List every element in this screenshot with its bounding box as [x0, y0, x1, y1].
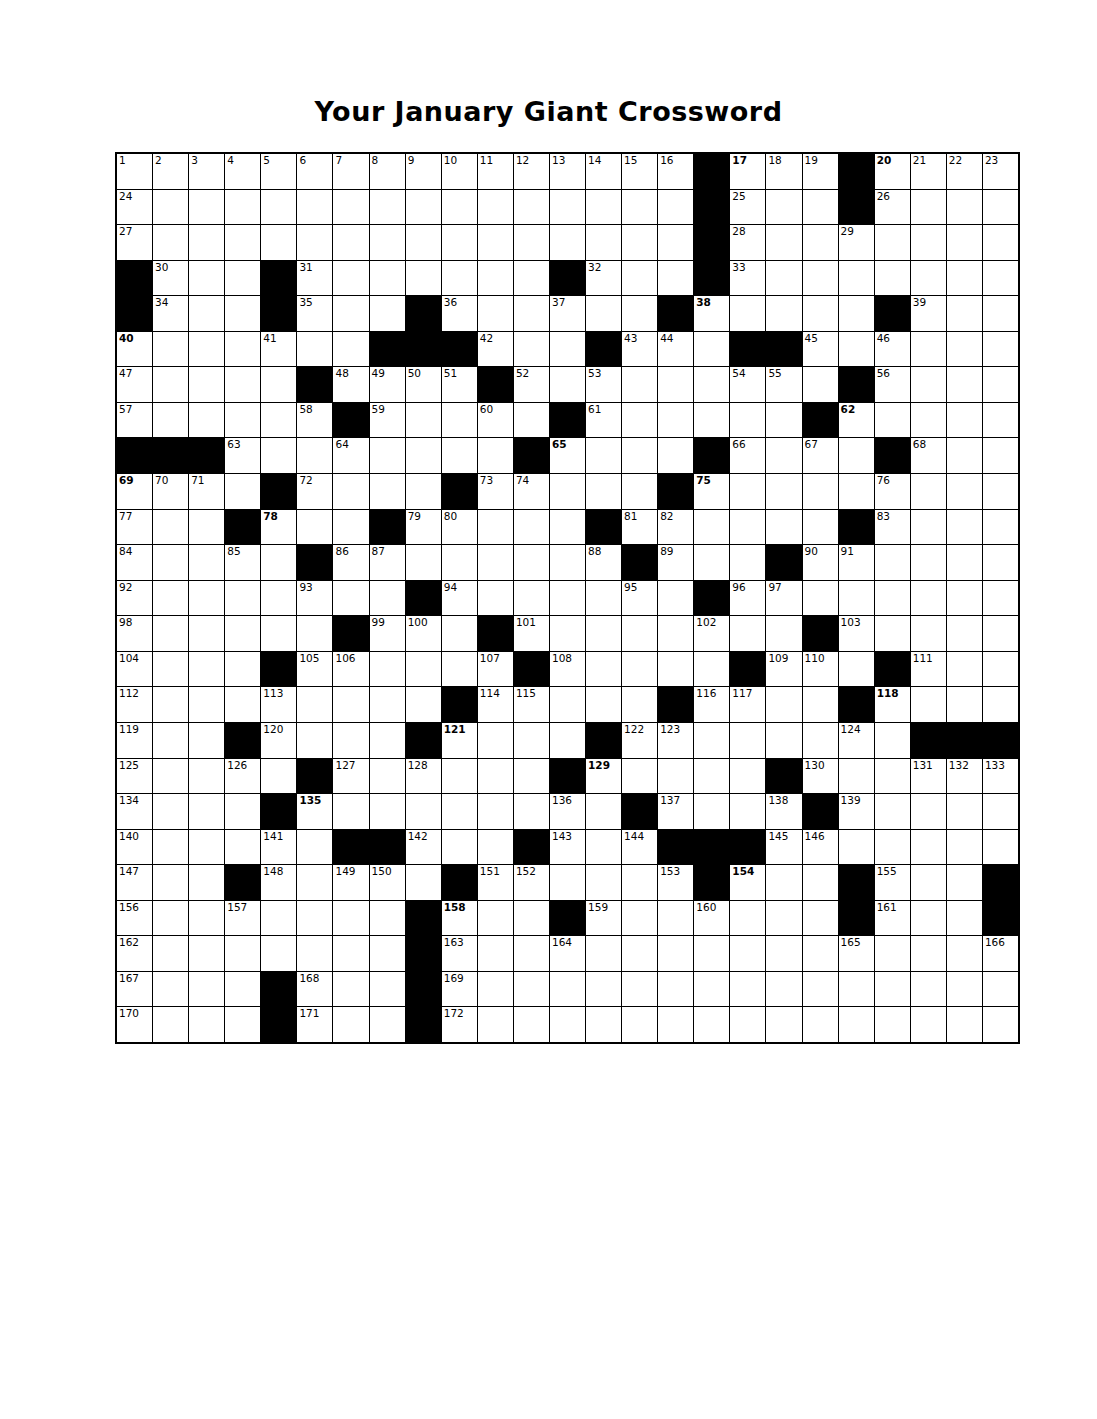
grid-cell[interactable]: [550, 687, 585, 722]
grid-cell[interactable]: [586, 190, 621, 225]
grid-cell[interactable]: 114: [478, 687, 513, 722]
grid-cell[interactable]: [514, 261, 549, 296]
grid-cell[interactable]: 39: [911, 296, 946, 331]
grid-cell[interactable]: [442, 190, 477, 225]
grid-cell[interactable]: [370, 759, 405, 794]
grid-cell[interactable]: [333, 1007, 368, 1042]
grid-cell[interactable]: 14: [586, 154, 621, 189]
grid-cell[interactable]: 33: [730, 261, 765, 296]
grid-cell[interactable]: [694, 794, 729, 829]
grid-cell[interactable]: 54: [730, 367, 765, 402]
grid-cell[interactable]: 135: [297, 794, 332, 829]
grid-cell[interactable]: [478, 723, 513, 758]
grid-cell[interactable]: 29: [839, 225, 874, 260]
grid-cell[interactable]: [153, 759, 188, 794]
grid-cell[interactable]: [550, 723, 585, 758]
grid-cell[interactable]: 35: [297, 296, 332, 331]
grid-cell[interactable]: [550, 865, 585, 900]
grid-cell[interactable]: [370, 296, 405, 331]
grid-cell[interactable]: 7: [333, 154, 368, 189]
grid-cell[interactable]: [694, 972, 729, 1007]
grid-cell[interactable]: [766, 1007, 801, 1042]
grid-cell[interactable]: [839, 759, 874, 794]
grid-cell[interactable]: [153, 830, 188, 865]
grid-cell[interactable]: [839, 1007, 874, 1042]
grid-cell[interactable]: [622, 759, 657, 794]
grid-cell[interactable]: [658, 403, 693, 438]
grid-cell[interactable]: 72: [297, 474, 332, 509]
grid-cell[interactable]: [803, 261, 838, 296]
grid-cell[interactable]: [225, 190, 260, 225]
grid-cell[interactable]: [153, 972, 188, 1007]
grid-cell[interactable]: [839, 652, 874, 687]
grid-cell[interactable]: 109: [766, 652, 801, 687]
grid-cell[interactable]: [478, 225, 513, 260]
grid-cell[interactable]: 65: [550, 438, 585, 473]
grid-cell[interactable]: [658, 936, 693, 971]
grid-cell[interactable]: [766, 865, 801, 900]
grid-cell[interactable]: 84: [117, 545, 152, 580]
grid-cell[interactable]: [550, 1007, 585, 1042]
grid-cell[interactable]: [839, 581, 874, 616]
grid-cell[interactable]: [514, 296, 549, 331]
grid-cell[interactable]: [694, 723, 729, 758]
grid-cell[interactable]: [658, 367, 693, 402]
grid-cell[interactable]: [370, 972, 405, 1007]
grid-cell[interactable]: [586, 474, 621, 509]
grid-cell[interactable]: [478, 438, 513, 473]
grid-cell[interactable]: [189, 261, 224, 296]
grid-cell[interactable]: [983, 332, 1018, 367]
grid-cell[interactable]: [803, 474, 838, 509]
grid-cell[interactable]: [911, 545, 946, 580]
grid-cell[interactable]: 160: [694, 901, 729, 936]
grid-cell[interactable]: [153, 367, 188, 402]
grid-cell[interactable]: [658, 972, 693, 1007]
grid-cell[interactable]: [225, 1007, 260, 1042]
grid-cell[interactable]: [839, 296, 874, 331]
grid-cell[interactable]: [153, 510, 188, 545]
grid-cell[interactable]: 134: [117, 794, 152, 829]
grid-cell[interactable]: [911, 1007, 946, 1042]
grid-cell[interactable]: 155: [875, 865, 910, 900]
grid-cell[interactable]: 24: [117, 190, 152, 225]
grid-cell[interactable]: [333, 794, 368, 829]
grid-cell[interactable]: [514, 545, 549, 580]
grid-cell[interactable]: [766, 474, 801, 509]
grid-cell[interactable]: [333, 296, 368, 331]
grid-cell[interactable]: [406, 190, 441, 225]
grid-cell[interactable]: [694, 936, 729, 971]
grid-cell[interactable]: [803, 936, 838, 971]
grid-cell[interactable]: [947, 332, 982, 367]
grid-cell[interactable]: [370, 438, 405, 473]
grid-cell[interactable]: [875, 759, 910, 794]
grid-cell[interactable]: [839, 474, 874, 509]
grid-cell[interactable]: 167: [117, 972, 152, 1007]
grid-cell[interactable]: [983, 510, 1018, 545]
grid-cell[interactable]: [694, 652, 729, 687]
grid-cell[interactable]: 73: [478, 474, 513, 509]
grid-cell[interactable]: [730, 972, 765, 1007]
grid-cell[interactable]: [947, 367, 982, 402]
grid-cell[interactable]: [225, 794, 260, 829]
grid-cell[interactable]: 126: [225, 759, 260, 794]
grid-cell[interactable]: [803, 581, 838, 616]
grid-cell[interactable]: 158: [442, 901, 477, 936]
grid-cell[interactable]: [478, 794, 513, 829]
grid-cell[interactable]: 56: [875, 367, 910, 402]
grid-cell[interactable]: [153, 936, 188, 971]
grid-cell[interactable]: [153, 225, 188, 260]
grid-cell[interactable]: [550, 972, 585, 1007]
grid-cell[interactable]: [622, 1007, 657, 1042]
grid-cell[interactable]: 26: [875, 190, 910, 225]
grid-cell[interactable]: [189, 616, 224, 651]
grid-cell[interactable]: [297, 190, 332, 225]
grid-cell[interactable]: 88: [586, 545, 621, 580]
grid-cell[interactable]: 23: [983, 154, 1018, 189]
grid-cell[interactable]: [803, 687, 838, 722]
grid-cell[interactable]: [839, 261, 874, 296]
grid-cell[interactable]: 60: [478, 403, 513, 438]
grid-cell[interactable]: [622, 438, 657, 473]
grid-cell[interactable]: [803, 510, 838, 545]
grid-cell[interactable]: [442, 545, 477, 580]
grid-cell[interactable]: 30: [153, 261, 188, 296]
grid-cell[interactable]: [333, 510, 368, 545]
grid-cell[interactable]: [694, 367, 729, 402]
grid-cell[interactable]: [983, 474, 1018, 509]
grid-cell[interactable]: [225, 830, 260, 865]
grid-cell[interactable]: 51: [442, 367, 477, 402]
grid-cell[interactable]: [261, 759, 296, 794]
grid-cell[interactable]: [766, 296, 801, 331]
grid-cell[interactable]: 15: [622, 154, 657, 189]
grid-cell[interactable]: [622, 261, 657, 296]
grid-cell[interactable]: 125: [117, 759, 152, 794]
grid-cell[interactable]: 37: [550, 296, 585, 331]
grid-cell[interactable]: 106: [333, 652, 368, 687]
grid-cell[interactable]: 149: [333, 865, 368, 900]
grid-cell[interactable]: 136: [550, 794, 585, 829]
grid-cell[interactable]: [333, 901, 368, 936]
grid-cell[interactable]: [911, 581, 946, 616]
grid-cell[interactable]: 75: [694, 474, 729, 509]
grid-cell[interactable]: 61: [586, 403, 621, 438]
grid-cell[interactable]: [189, 332, 224, 367]
grid-cell[interactable]: [730, 901, 765, 936]
grid-cell[interactable]: [370, 581, 405, 616]
grid-cell[interactable]: 119: [117, 723, 152, 758]
grid-cell[interactable]: [983, 972, 1018, 1007]
grid-cell[interactable]: 171: [297, 1007, 332, 1042]
grid-cell[interactable]: [333, 936, 368, 971]
grid-cell[interactable]: [586, 225, 621, 260]
grid-cell[interactable]: [911, 367, 946, 402]
grid-cell[interactable]: [225, 936, 260, 971]
grid-cell[interactable]: [622, 901, 657, 936]
grid-cell[interactable]: [261, 403, 296, 438]
grid-cell[interactable]: [370, 687, 405, 722]
grid-cell[interactable]: [297, 723, 332, 758]
grid-cell[interactable]: 103: [839, 616, 874, 651]
grid-cell[interactable]: [406, 865, 441, 900]
grid-cell[interactable]: [406, 794, 441, 829]
grid-cell[interactable]: [225, 687, 260, 722]
grid-cell[interactable]: [478, 830, 513, 865]
grid-cell[interactable]: 96: [730, 581, 765, 616]
grid-cell[interactable]: [911, 794, 946, 829]
grid-cell[interactable]: 154: [730, 865, 765, 900]
grid-cell[interactable]: 62: [839, 403, 874, 438]
grid-cell[interactable]: [622, 296, 657, 331]
grid-cell[interactable]: [406, 403, 441, 438]
grid-cell[interactable]: [694, 759, 729, 794]
grid-cell[interactable]: [622, 865, 657, 900]
grid-cell[interactable]: [947, 616, 982, 651]
grid-cell[interactable]: 1: [117, 154, 152, 189]
grid-cell[interactable]: [297, 687, 332, 722]
grid-cell[interactable]: [983, 687, 1018, 722]
grid-cell[interactable]: 87: [370, 545, 405, 580]
grid-cell[interactable]: 48: [333, 367, 368, 402]
grid-cell[interactable]: [406, 545, 441, 580]
grid-cell[interactable]: [730, 296, 765, 331]
grid-cell[interactable]: [153, 190, 188, 225]
grid-cell[interactable]: [622, 474, 657, 509]
grid-cell[interactable]: [189, 367, 224, 402]
grid-cell[interactable]: [947, 474, 982, 509]
grid-cell[interactable]: [658, 1007, 693, 1042]
grid-cell[interactable]: [911, 474, 946, 509]
grid-cell[interactable]: 38: [694, 296, 729, 331]
grid-cell[interactable]: [947, 865, 982, 900]
grid-cell[interactable]: [586, 972, 621, 1007]
grid-cell[interactable]: 133: [983, 759, 1018, 794]
grid-cell[interactable]: [478, 972, 513, 1007]
grid-cell[interactable]: 170: [117, 1007, 152, 1042]
grid-cell[interactable]: [153, 901, 188, 936]
grid-cell[interactable]: [983, 261, 1018, 296]
grid-cell[interactable]: [875, 545, 910, 580]
grid-cell[interactable]: [189, 652, 224, 687]
grid-cell[interactable]: 151: [478, 865, 513, 900]
grid-cell[interactable]: 131: [911, 759, 946, 794]
grid-cell[interactable]: [839, 972, 874, 1007]
grid-cell[interactable]: 59: [370, 403, 405, 438]
grid-cell[interactable]: [622, 616, 657, 651]
grid-cell[interactable]: [947, 261, 982, 296]
grid-cell[interactable]: [153, 687, 188, 722]
grid-cell[interactable]: 143: [550, 830, 585, 865]
grid-cell[interactable]: 83: [875, 510, 910, 545]
grid-cell[interactable]: [550, 332, 585, 367]
grid-cell[interactable]: [658, 581, 693, 616]
grid-cell[interactable]: [514, 794, 549, 829]
grid-cell[interactable]: 165: [839, 936, 874, 971]
grid-cell[interactable]: [550, 190, 585, 225]
grid-cell[interactable]: [297, 901, 332, 936]
grid-cell[interactable]: 93: [297, 581, 332, 616]
grid-cell[interactable]: 128: [406, 759, 441, 794]
grid-cell[interactable]: [875, 403, 910, 438]
grid-cell[interactable]: [261, 936, 296, 971]
grid-cell[interactable]: 36: [442, 296, 477, 331]
grid-cell[interactable]: 127: [333, 759, 368, 794]
grid-cell[interactable]: [225, 616, 260, 651]
grid-cell[interactable]: [514, 510, 549, 545]
grid-cell[interactable]: [333, 225, 368, 260]
grid-cell[interactable]: [153, 403, 188, 438]
grid-cell[interactable]: [947, 936, 982, 971]
grid-cell[interactable]: 16: [658, 154, 693, 189]
grid-cell[interactable]: 102: [694, 616, 729, 651]
grid-cell[interactable]: 138: [766, 794, 801, 829]
grid-cell[interactable]: 163: [442, 936, 477, 971]
grid-cell[interactable]: [442, 403, 477, 438]
grid-cell[interactable]: 81: [622, 510, 657, 545]
grid-cell[interactable]: 111: [911, 652, 946, 687]
grid-cell[interactable]: [947, 794, 982, 829]
grid-cell[interactable]: [442, 759, 477, 794]
grid-cell[interactable]: 57: [117, 403, 152, 438]
grid-cell[interactable]: [766, 438, 801, 473]
grid-cell[interactable]: 107: [478, 652, 513, 687]
grid-cell[interactable]: 94: [442, 581, 477, 616]
grid-cell[interactable]: 141: [261, 830, 296, 865]
grid-cell[interactable]: [225, 652, 260, 687]
grid-cell[interactable]: [622, 652, 657, 687]
grid-cell[interactable]: 44: [658, 332, 693, 367]
grid-cell[interactable]: [153, 865, 188, 900]
grid-cell[interactable]: [875, 723, 910, 758]
grid-cell[interactable]: 150: [370, 865, 405, 900]
grid-cell[interactable]: [442, 616, 477, 651]
grid-cell[interactable]: [333, 581, 368, 616]
grid-cell[interactable]: [442, 261, 477, 296]
grid-cell[interactable]: [947, 1007, 982, 1042]
grid-cell[interactable]: [550, 581, 585, 616]
grid-cell[interactable]: 130: [803, 759, 838, 794]
grid-cell[interactable]: [658, 225, 693, 260]
grid-cell[interactable]: 17: [730, 154, 765, 189]
grid-cell[interactable]: [839, 438, 874, 473]
grid-cell[interactable]: 52: [514, 367, 549, 402]
grid-cell[interactable]: [803, 190, 838, 225]
grid-cell[interactable]: [225, 581, 260, 616]
grid-cell[interactable]: [153, 616, 188, 651]
grid-cell[interactable]: [442, 652, 477, 687]
grid-cell[interactable]: [550, 616, 585, 651]
grid-cell[interactable]: [983, 403, 1018, 438]
grid-cell[interactable]: 120: [261, 723, 296, 758]
grid-cell[interactable]: 78: [261, 510, 296, 545]
grid-cell[interactable]: [911, 865, 946, 900]
grid-cell[interactable]: [514, 332, 549, 367]
grid-cell[interactable]: [622, 367, 657, 402]
grid-cell[interactable]: 108: [550, 652, 585, 687]
grid-cell[interactable]: [586, 438, 621, 473]
grid-cell[interactable]: [225, 296, 260, 331]
grid-cell[interactable]: [333, 261, 368, 296]
grid-cell[interactable]: [730, 403, 765, 438]
grid-cell[interactable]: [189, 1007, 224, 1042]
grid-cell[interactable]: [803, 865, 838, 900]
grid-cell[interactable]: [189, 723, 224, 758]
grid-cell[interactable]: 27: [117, 225, 152, 260]
grid-cell[interactable]: 19: [803, 154, 838, 189]
grid-cell[interactable]: 159: [586, 901, 621, 936]
grid-cell[interactable]: [911, 332, 946, 367]
grid-cell[interactable]: [947, 830, 982, 865]
grid-cell[interactable]: [694, 332, 729, 367]
grid-cell[interactable]: [911, 510, 946, 545]
grid-cell[interactable]: 79: [406, 510, 441, 545]
grid-cell[interactable]: [766, 936, 801, 971]
grid-cell[interactable]: [189, 545, 224, 580]
grid-cell[interactable]: [225, 225, 260, 260]
grid-cell[interactable]: 43: [622, 332, 657, 367]
grid-cell[interactable]: 115: [514, 687, 549, 722]
grid-cell[interactable]: [730, 759, 765, 794]
grid-cell[interactable]: [225, 261, 260, 296]
grid-cell[interactable]: [947, 687, 982, 722]
grid-cell[interactable]: [622, 687, 657, 722]
grid-cell[interactable]: [875, 972, 910, 1007]
grid-cell[interactable]: 8: [370, 154, 405, 189]
grid-cell[interactable]: [189, 225, 224, 260]
grid-cell[interactable]: [730, 510, 765, 545]
grid-cell[interactable]: 169: [442, 972, 477, 1007]
grid-cell[interactable]: [514, 936, 549, 971]
grid-cell[interactable]: [658, 901, 693, 936]
grid-cell[interactable]: [911, 616, 946, 651]
grid-cell[interactable]: [189, 936, 224, 971]
grid-cell[interactable]: 124: [839, 723, 874, 758]
grid-cell[interactable]: [911, 936, 946, 971]
grid-cell[interactable]: [586, 296, 621, 331]
grid-cell[interactable]: [406, 474, 441, 509]
grid-cell[interactable]: [586, 794, 621, 829]
grid-cell[interactable]: [297, 225, 332, 260]
grid-cell[interactable]: [694, 545, 729, 580]
grid-cell[interactable]: [911, 261, 946, 296]
grid-cell[interactable]: [983, 545, 1018, 580]
grid-cell[interactable]: 18: [766, 154, 801, 189]
grid-cell[interactable]: 89: [658, 545, 693, 580]
grid-cell[interactable]: [911, 190, 946, 225]
grid-cell[interactable]: [370, 261, 405, 296]
grid-cell[interactable]: [370, 652, 405, 687]
grid-cell[interactable]: [947, 510, 982, 545]
grid-cell[interactable]: [514, 190, 549, 225]
grid-cell[interactable]: [478, 296, 513, 331]
grid-cell[interactable]: [803, 367, 838, 402]
grid-cell[interactable]: [875, 581, 910, 616]
grid-cell[interactable]: 123: [658, 723, 693, 758]
grid-cell[interactable]: [442, 830, 477, 865]
grid-cell[interactable]: [694, 403, 729, 438]
grid-cell[interactable]: [478, 510, 513, 545]
grid-cell[interactable]: 140: [117, 830, 152, 865]
grid-cell[interactable]: 11: [478, 154, 513, 189]
grid-cell[interactable]: 80: [442, 510, 477, 545]
grid-cell[interactable]: [261, 545, 296, 580]
grid-cell[interactable]: [911, 403, 946, 438]
grid-cell[interactable]: [261, 190, 296, 225]
grid-cell[interactable]: [658, 759, 693, 794]
